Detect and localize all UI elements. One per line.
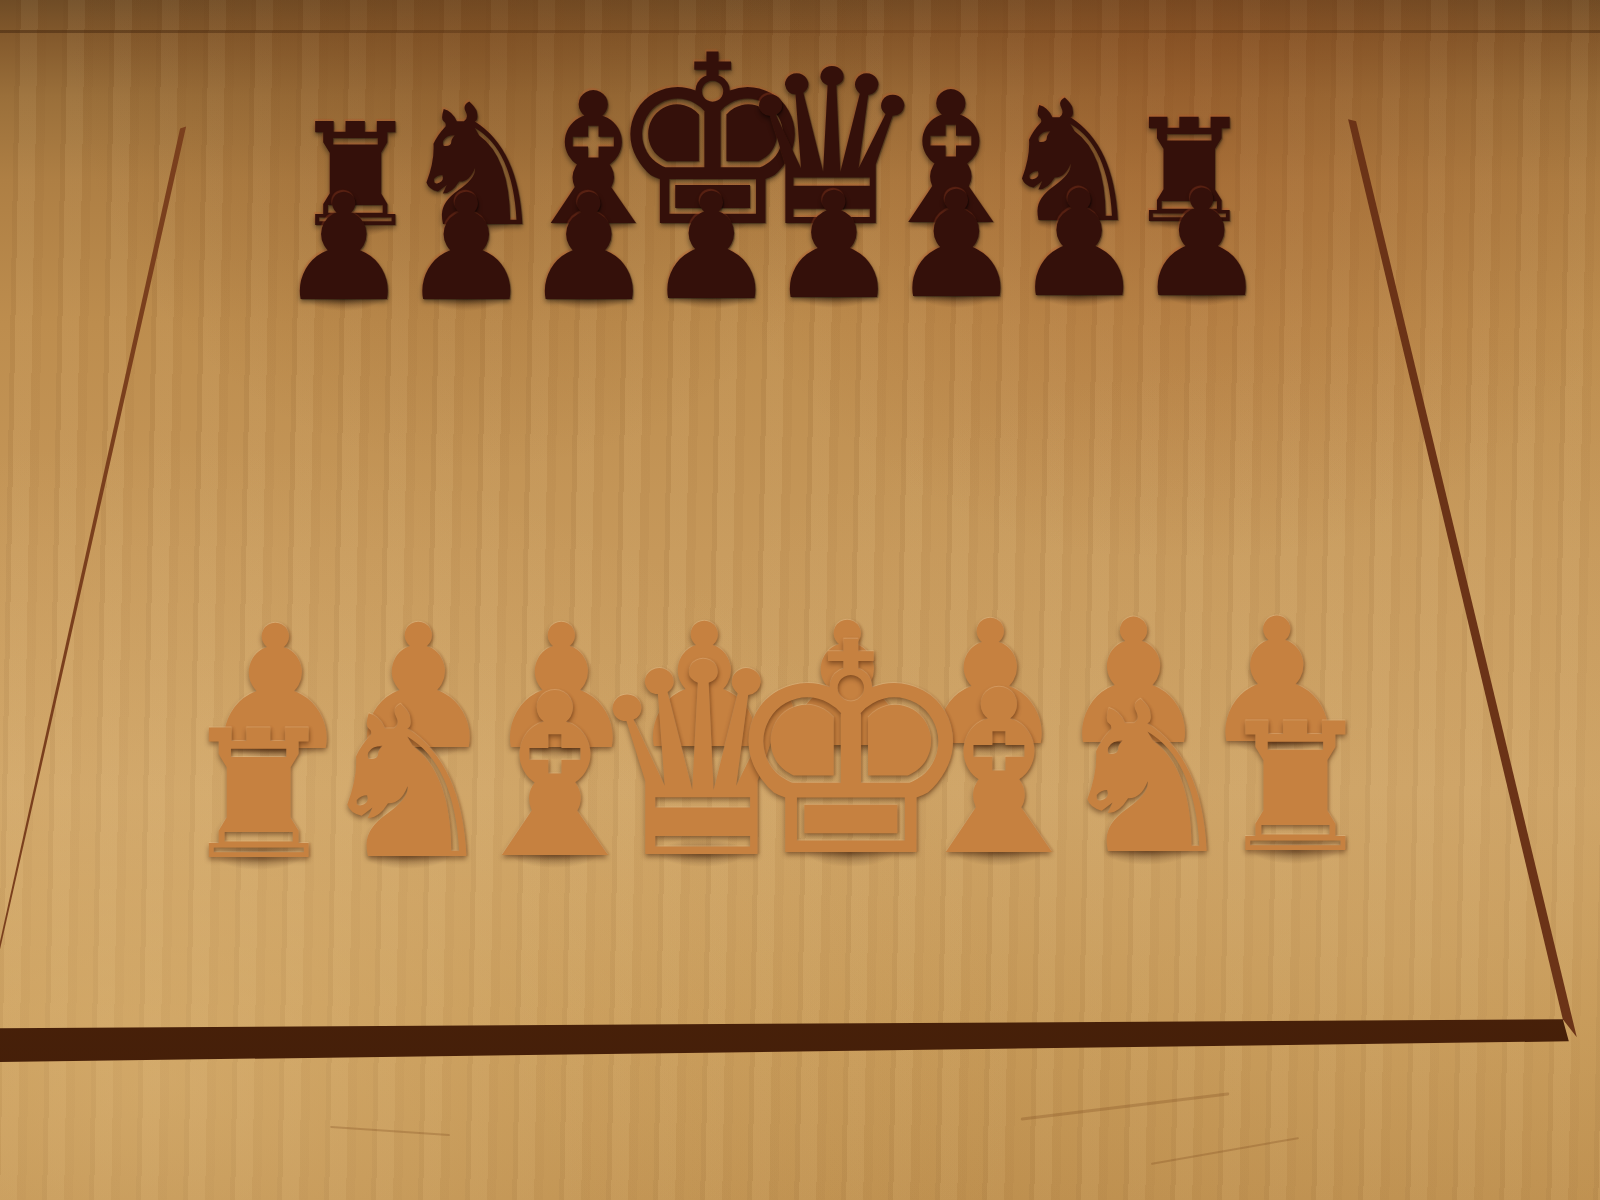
pieces-layer: ♜♞♝♚♛♝♞♜♟♟♟♟♟♟♟♟♟♟♟♟♟♟♟♟♜♞♝♛♚♝♞♜ bbox=[0, 0, 1600, 1200]
piece-black-pawn-h7[interactable]: ♟ bbox=[1128, 171, 1275, 318]
piece-white-rook-h1[interactable]: ♜ bbox=[1206, 700, 1384, 878]
table-surface: ♜♞♝♚♛♝♞♜♟♟♟♟♟♟♟♟♟♟♟♟♟♟♟♟♜♞♝♛♚♝♞♜ bbox=[0, 0, 1600, 1200]
